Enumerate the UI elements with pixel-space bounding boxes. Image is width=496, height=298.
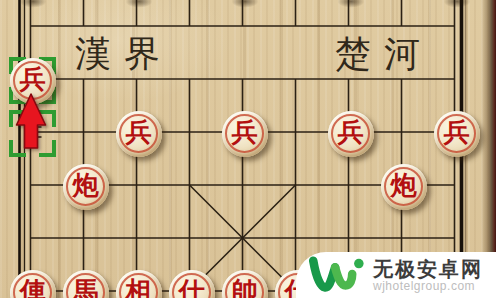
piece-character: 兵: [434, 111, 480, 157]
piece-character: 兵: [116, 111, 162, 157]
river-label-chu-river: 楚河: [335, 35, 433, 75]
piece-red-elephant[interactable]: 相: [116, 270, 162, 298]
piece-character: 仕: [169, 270, 215, 298]
piece-red-general[interactable]: 帥: [222, 270, 268, 298]
piece-character: 帥: [222, 270, 268, 298]
piece-red-soldier[interactable]: 兵: [116, 111, 162, 157]
piece-red-soldier[interactable]: 兵: [222, 111, 268, 157]
watermark-logo-icon: [308, 256, 366, 294]
piece-character: 炮: [63, 164, 109, 210]
move-arrow-icon: [15, 91, 47, 150]
piece-character: 炮: [381, 164, 427, 210]
piece-red-cannon[interactable]: 炮: [63, 164, 109, 210]
piece-red-cannon[interactable]: 炮: [381, 164, 427, 210]
river-label-han-boundary: 漢界: [75, 35, 173, 75]
piece-character: 兵: [222, 111, 268, 157]
piece-character: 相: [116, 270, 162, 298]
piece-character: 俥: [10, 270, 56, 298]
watermark: 无极安卓网 wjhotelgroup.com: [296, 252, 496, 298]
xiangqi-board: 漢界 楚河 兵兵兵兵兵炮炮俥馬相仕帥仕 无极安卓网 wjhotelgroup.c…: [0, 0, 496, 298]
piece-red-soldier[interactable]: 兵: [434, 111, 480, 157]
piece-character: 馬: [63, 270, 109, 298]
piece-red-chariot[interactable]: 俥: [10, 270, 56, 298]
piece-red-advisor[interactable]: 仕: [169, 270, 215, 298]
piece-red-soldier[interactable]: 兵: [328, 111, 374, 157]
watermark-title: 无极安卓网: [373, 258, 483, 280]
watermark-domain: wjhotelgroup.com: [373, 280, 483, 293]
piece-red-horse[interactable]: 馬: [63, 270, 109, 298]
piece-character: 兵: [328, 111, 374, 157]
